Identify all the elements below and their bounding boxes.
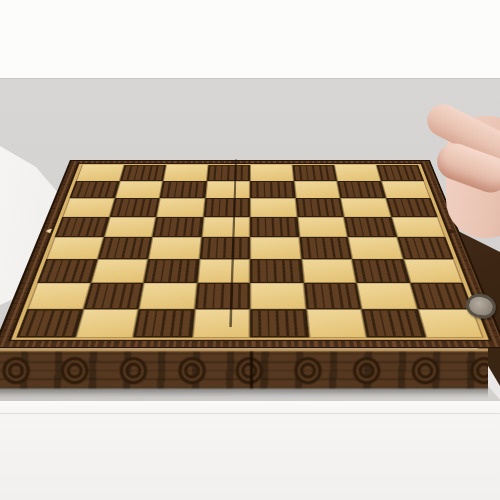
square-b2[interactable] <box>83 283 144 309</box>
square-a2[interactable] <box>75 309 139 338</box>
square-d7[interactable] <box>348 237 403 259</box>
scene: ♜♞♝♛♚♝♞♜♟♟♟♟♟♟♟♟♟♟♟♟♟♟♟♟♜♞♝♛♚♝♞♜ <box>0 0 500 500</box>
spiral-carving-icon <box>295 356 322 383</box>
spiral-carving-icon <box>353 356 380 383</box>
square-e8[interactable] <box>391 217 446 237</box>
square-e5[interactable] <box>250 217 299 237</box>
square-d3[interactable] <box>148 237 201 259</box>
spiral-carving-icon <box>470 356 497 383</box>
square-c2[interactable] <box>90 259 148 283</box>
board-surface <box>16 165 483 338</box>
spiral-carving-icon <box>412 356 439 383</box>
square-d5[interactable] <box>250 237 301 259</box>
square-c4[interactable] <box>197 259 250 283</box>
square-d2[interactable] <box>97 237 152 259</box>
square-c5[interactable] <box>250 259 303 283</box>
square-g5[interactable] <box>250 181 295 198</box>
square-c6[interactable] <box>301 259 356 283</box>
square-a7[interactable] <box>361 309 425 338</box>
square-a5[interactable] <box>250 309 308 338</box>
square-c8[interactable] <box>403 259 463 283</box>
square-f6[interactable] <box>295 198 344 217</box>
square-e4[interactable] <box>201 217 250 237</box>
square-f3[interactable] <box>156 198 205 217</box>
square-g6[interactable] <box>294 181 341 198</box>
square-c3[interactable] <box>144 259 199 283</box>
square-f5[interactable] <box>250 198 297 217</box>
square-a6[interactable] <box>306 309 367 338</box>
square-b5[interactable] <box>250 283 306 309</box>
square-h4[interactable] <box>206 165 250 181</box>
square-e3[interactable] <box>152 217 203 237</box>
square-b8[interactable] <box>410 283 473 309</box>
square-e6[interactable] <box>297 217 348 237</box>
board-front-rail <box>0 348 500 388</box>
square-a4[interactable] <box>192 309 250 338</box>
square-c1[interactable] <box>37 259 97 283</box>
spiral-carving-icon <box>178 356 205 383</box>
square-g8[interactable] <box>381 181 431 198</box>
square-b6[interactable] <box>303 283 361 309</box>
square-e1[interactable] <box>55 217 110 237</box>
spiral-carving-icon <box>2 356 29 383</box>
square-a3[interactable] <box>133 309 194 338</box>
rail-fold-seam <box>250 351 253 388</box>
chessboard: ♜♞♝♛♚♝♞♜♟♟♟♟♟♟♟♟♟♟♟♟♟♟♟♟♜♞♝♛♚♝♞♜ <box>0 160 500 348</box>
square-e7[interactable] <box>344 217 397 237</box>
square-h6[interactable] <box>292 165 337 181</box>
square-f1[interactable] <box>62 198 114 217</box>
square-h3[interactable] <box>163 165 208 181</box>
square-a1[interactable] <box>16 309 83 338</box>
square-d4[interactable] <box>199 237 250 259</box>
square-f7[interactable] <box>340 198 390 217</box>
square-b7[interactable] <box>356 283 417 309</box>
square-b3[interactable] <box>139 283 197 309</box>
square-g2[interactable] <box>114 181 162 198</box>
square-f2[interactable] <box>109 198 159 217</box>
square-d6[interactable] <box>299 237 352 259</box>
square-b1[interactable] <box>27 283 90 309</box>
square-f8[interactable] <box>386 198 438 217</box>
square-g7[interactable] <box>337 181 385 198</box>
square-g3[interactable] <box>160 181 207 198</box>
square-e2[interactable] <box>103 217 156 237</box>
square-b4[interactable] <box>194 283 250 309</box>
square-f4[interactable] <box>203 198 250 217</box>
square-h5[interactable] <box>250 165 294 181</box>
square-d8[interactable] <box>397 237 454 259</box>
spiral-carving-icon <box>61 356 88 383</box>
spiral-carving-icon <box>119 356 146 383</box>
square-g1[interactable] <box>69 181 119 198</box>
square-c7[interactable] <box>352 259 410 283</box>
square-d1[interactable] <box>46 237 103 259</box>
square-g4[interactable] <box>205 181 250 198</box>
